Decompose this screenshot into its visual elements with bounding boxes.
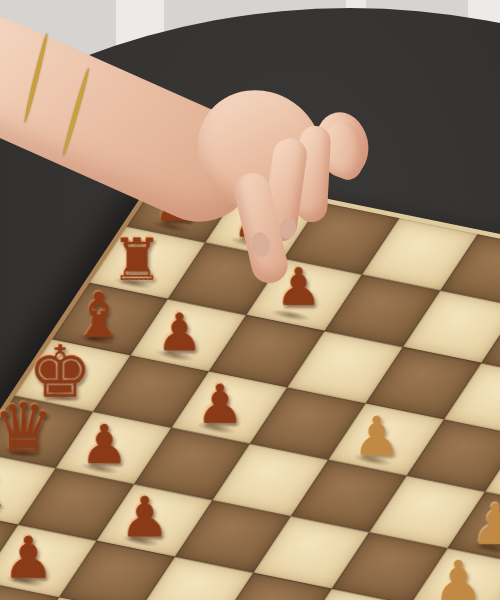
dark-pawn[interactable]: ♟ (195, 378, 243, 432)
light-pawn[interactable]: ♟ (433, 554, 483, 600)
light-pawn[interactable]: ♟ (352, 410, 400, 464)
dark-pawn[interactable]: ♟ (156, 306, 203, 358)
dark-pawn[interactable]: ♟ (275, 261, 322, 313)
scene: ♟♟♜♟♝♟♚♟♟♛♟♟♝♟♟♟ (0, 0, 500, 600)
dark-pawn[interactable]: ♟ (2, 529, 54, 587)
dark-pawn[interactable]: ♟ (153, 179, 198, 229)
dark-bishop[interactable]: ♝ (0, 454, 15, 516)
dark-pawn[interactable]: ♟ (232, 195, 277, 245)
light-pawn[interactable]: ♟ (470, 497, 500, 553)
dark-pawn[interactable]: ♟ (119, 490, 169, 546)
dark-pawn[interactable]: ♟ (80, 418, 128, 472)
